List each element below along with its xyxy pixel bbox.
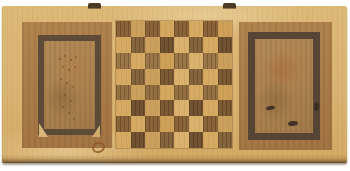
- board-square: [218, 85, 233, 101]
- hinge-icon: [223, 3, 236, 8]
- board-square: [131, 37, 146, 53]
- board-square: [145, 132, 160, 148]
- board-square: [116, 100, 131, 116]
- board-square: [203, 100, 218, 116]
- board-square: [174, 132, 189, 148]
- wood-stain-smudge: [260, 50, 300, 90]
- board-square: [131, 69, 146, 85]
- board-square: [174, 21, 189, 37]
- board-square: [218, 132, 233, 148]
- board-square: [189, 100, 204, 116]
- board-square: [145, 69, 160, 85]
- board-square: [189, 37, 204, 53]
- veneer-chip: [92, 125, 100, 137]
- board-square: [203, 37, 218, 53]
- board-square: [131, 116, 146, 132]
- board-square: [131, 100, 146, 116]
- board-square: [218, 100, 233, 116]
- board-square: [203, 21, 218, 37]
- board-square: [174, 100, 189, 116]
- board-square: [218, 21, 233, 37]
- board-square: [189, 132, 204, 148]
- board-square: [131, 132, 146, 148]
- wood-knot: [314, 102, 319, 111]
- board-square: [145, 100, 160, 116]
- board-square: [116, 37, 131, 53]
- board-square: [218, 53, 233, 69]
- board-square: [174, 69, 189, 85]
- board-square: [203, 132, 218, 148]
- board-square: [116, 85, 131, 101]
- board-square: [174, 53, 189, 69]
- board-square: [203, 116, 218, 132]
- board-square: [145, 37, 160, 53]
- board-square: [218, 116, 233, 132]
- board-square: [203, 53, 218, 69]
- board-square: [131, 21, 146, 37]
- board-square: [189, 116, 204, 132]
- board-square: [189, 85, 204, 101]
- board-square: [160, 53, 175, 69]
- board-square: [203, 69, 218, 85]
- board-square: [131, 53, 146, 69]
- board-square: [145, 21, 160, 37]
- checkerboard: [116, 21, 232, 148]
- photo-background: [0, 0, 350, 171]
- board-square: [116, 116, 131, 132]
- board-square: [131, 85, 146, 101]
- board-square: [145, 116, 160, 132]
- board-square: [145, 85, 160, 101]
- board-square: [203, 85, 218, 101]
- left-burl-figuring: [44, 41, 46, 43]
- board-square: [174, 116, 189, 132]
- board-square: [218, 37, 233, 53]
- board-square: [116, 53, 131, 69]
- board-square: [189, 53, 204, 69]
- board-square: [160, 21, 175, 37]
- veneer-chip: [39, 123, 48, 137]
- board-square: [189, 69, 204, 85]
- left-panel-banding-frame: [38, 35, 101, 135]
- hinge-icon: [88, 3, 101, 8]
- board-square: [174, 37, 189, 53]
- board-square: [160, 132, 175, 148]
- board-square: [116, 69, 131, 85]
- board-square: [160, 37, 175, 53]
- board-square: [145, 53, 160, 69]
- board-square: [174, 85, 189, 101]
- board-square: [160, 69, 175, 85]
- board-square: [116, 132, 131, 148]
- games-board: [2, 6, 347, 163]
- board-square: [160, 85, 175, 101]
- board-square: [160, 100, 175, 116]
- board-square: [218, 69, 233, 85]
- board-square: [189, 21, 204, 37]
- board-square: [160, 116, 175, 132]
- board-square: [116, 21, 131, 37]
